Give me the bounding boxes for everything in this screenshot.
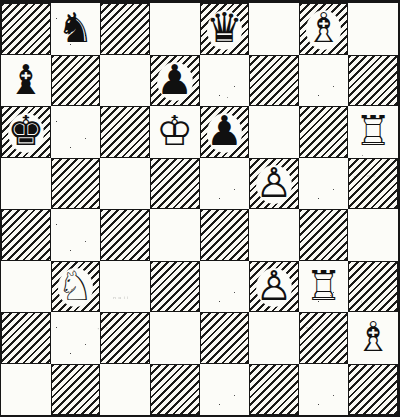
white-pawn: ♙: [250, 159, 298, 209]
square-e1[interactable]: [200, 364, 250, 416]
square-d2[interactable]: [150, 312, 200, 364]
square-h5[interactable]: [348, 158, 398, 210]
square-c8[interactable]: [100, 3, 150, 55]
square-h1[interactable]: [348, 364, 398, 416]
white-bishop: ♗: [300, 4, 348, 54]
square-e4[interactable]: [200, 209, 250, 261]
square-g4[interactable]: [299, 209, 349, 261]
square-f7[interactable]: [249, 55, 299, 107]
square-a6[interactable]: ♚: [1, 106, 51, 158]
square-e2[interactable]: [200, 312, 250, 364]
white-bishop: ♗: [348, 312, 398, 364]
square-h8[interactable]: [348, 3, 398, 55]
square-g6[interactable]: [299, 106, 349, 158]
black-bishop: ♝: [1, 55, 51, 107]
black-pawn: ♟: [151, 56, 199, 106]
square-f4[interactable]: [249, 209, 299, 261]
square-b8[interactable]: ♞: [51, 3, 101, 55]
square-h4[interactable]: [348, 209, 398, 261]
square-a5[interactable]: [1, 158, 51, 210]
square-g5[interactable]: [299, 158, 349, 210]
square-g7[interactable]: [299, 55, 349, 107]
square-b1[interactable]: [51, 364, 101, 416]
chess-board-diagram: ♞♛♗♝♟♚♔♟♖♙♘♙♖♗ ·ˈ·ʷᵒⁿᵒⁱⁱʳⁱⁿ··ᵉ···ʳ: [0, 0, 400, 417]
square-b5[interactable]: [51, 158, 101, 210]
square-c4[interactable]: [100, 209, 150, 261]
white-king: ♔: [150, 106, 200, 158]
square-f6[interactable]: [249, 106, 299, 158]
square-f3[interactable]: ♙: [249, 261, 299, 313]
square-c7[interactable]: [100, 55, 150, 107]
square-f1[interactable]: [249, 364, 299, 416]
square-a1[interactable]: [1, 364, 51, 416]
black-pawn: ♟: [201, 107, 249, 157]
square-d7[interactable]: ♟: [150, 55, 200, 107]
black-queen: ♛: [201, 4, 249, 54]
square-a2[interactable]: [1, 312, 51, 364]
square-a7[interactable]: ♝: [1, 55, 51, 107]
square-b3[interactable]: ♘: [51, 261, 101, 313]
square-d5[interactable]: [150, 158, 200, 210]
square-a8[interactable]: [1, 3, 51, 55]
white-knight: ♘: [52, 262, 100, 312]
square-c1[interactable]: [100, 364, 150, 416]
square-g2[interactable]: [299, 312, 349, 364]
black-king: ♚: [2, 107, 50, 157]
square-c3[interactable]: [100, 261, 150, 313]
square-b6[interactable]: [51, 106, 101, 158]
square-g8[interactable]: ♗: [299, 3, 349, 55]
chess-board: ♞♛♗♝♟♚♔♟♖♙♘♙♖♗: [1, 3, 398, 415]
square-g3[interactable]: ♖: [299, 261, 349, 313]
square-f2[interactable]: [249, 312, 299, 364]
square-c6[interactable]: [100, 106, 150, 158]
black-knight: ♞: [51, 3, 101, 55]
white-rook: ♖: [299, 261, 349, 313]
square-h6[interactable]: ♖: [348, 106, 398, 158]
square-h7[interactable]: [348, 55, 398, 107]
white-pawn: ♙: [250, 262, 298, 312]
square-d6[interactable]: ♔: [150, 106, 200, 158]
square-e6[interactable]: ♟: [200, 106, 250, 158]
square-e5[interactable]: [200, 158, 250, 210]
square-d8[interactable]: [150, 3, 200, 55]
square-d1[interactable]: [150, 364, 200, 416]
square-c5[interactable]: [100, 158, 150, 210]
square-d3[interactable]: [150, 261, 200, 313]
square-e8[interactable]: ♛: [200, 3, 250, 55]
square-e3[interactable]: [200, 261, 250, 313]
square-a3[interactable]: [1, 261, 51, 313]
square-e7[interactable]: [200, 55, 250, 107]
white-rook: ♖: [348, 106, 398, 158]
square-h2[interactable]: ♗: [348, 312, 398, 364]
square-a4[interactable]: [1, 209, 51, 261]
square-b2[interactable]: [51, 312, 101, 364]
square-h3[interactable]: [348, 261, 398, 313]
square-g1[interactable]: [299, 364, 349, 416]
square-b4[interactable]: [51, 209, 101, 261]
square-f5[interactable]: ♙: [249, 158, 299, 210]
square-b7[interactable]: [51, 55, 101, 107]
square-d4[interactable]: [150, 209, 200, 261]
square-f8[interactable]: [249, 3, 299, 55]
square-c2[interactable]: [100, 312, 150, 364]
